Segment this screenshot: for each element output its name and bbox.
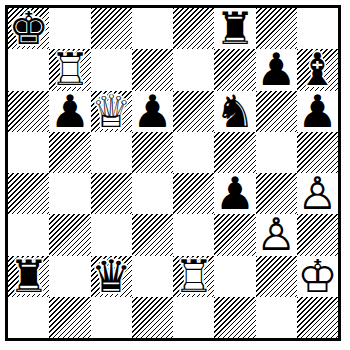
- black-rook: ♜: [214, 8, 255, 49]
- square-c3: [91, 214, 132, 255]
- square-a4: [8, 173, 49, 214]
- square-b3: [49, 214, 90, 255]
- square-e6: [173, 91, 214, 132]
- black-knight: ♞: [214, 91, 255, 132]
- square-g1: [256, 297, 297, 338]
- square-a1: [8, 297, 49, 338]
- square-f4: ♟♟: [214, 173, 255, 214]
- square-h5: [297, 132, 338, 173]
- square-d8: [132, 8, 173, 49]
- black-queen-halo: ♛: [91, 256, 132, 297]
- white-rook-halo: ♜: [49, 49, 90, 90]
- black-rook-halo: ♜: [8, 256, 49, 297]
- square-c1: [91, 297, 132, 338]
- square-h6: ♟♟: [297, 91, 338, 132]
- square-c4: [91, 173, 132, 214]
- square-e8: [173, 8, 214, 49]
- square-e7: [173, 49, 214, 90]
- square-b1: [49, 297, 90, 338]
- black-pawn: ♟: [256, 49, 297, 90]
- black-pawn-halo: ♟: [256, 49, 297, 90]
- square-b7: ♜♖: [49, 49, 90, 90]
- white-queen-halo: ♛: [91, 91, 132, 132]
- square-b5: [49, 132, 90, 173]
- square-c7: [91, 49, 132, 90]
- white-rook: ♖: [49, 49, 90, 90]
- square-e2: ♜♖: [173, 256, 214, 297]
- black-pawn: ♟: [132, 91, 173, 132]
- square-c8: [91, 8, 132, 49]
- square-a2: ♜♜: [8, 256, 49, 297]
- square-f8: ♜♜: [214, 8, 255, 49]
- square-g4: [256, 173, 297, 214]
- square-c2: ♛♛: [91, 256, 132, 297]
- square-f3: [214, 214, 255, 255]
- square-d7: [132, 49, 173, 90]
- white-rook-halo: ♜: [173, 256, 214, 297]
- black-queen: ♛: [91, 256, 132, 297]
- white-pawn-halo: ♟: [256, 214, 297, 255]
- white-rook: ♖: [173, 256, 214, 297]
- square-d5: [132, 132, 173, 173]
- square-e1: [173, 297, 214, 338]
- black-rook-halo: ♜: [214, 8, 255, 49]
- square-d4: [132, 173, 173, 214]
- square-e4: [173, 173, 214, 214]
- square-e5: [173, 132, 214, 173]
- square-f6: ♞♞: [214, 91, 255, 132]
- square-b4: [49, 173, 90, 214]
- square-f2: [214, 256, 255, 297]
- chess-diagram: ♚♚♜♜♜♖♟♟♝♝♟♟♛♕♟♟♞♞♟♟♟♟♟♙♟♙♜♜♛♛♜♖♚♔: [0, 0, 350, 350]
- square-c6: ♛♕: [91, 91, 132, 132]
- black-rook: ♜: [8, 256, 49, 297]
- black-bishop: ♝: [297, 49, 338, 90]
- square-d3: [132, 214, 173, 255]
- square-h1: [297, 297, 338, 338]
- square-g6: [256, 91, 297, 132]
- black-knight-halo: ♞: [214, 91, 255, 132]
- black-bishop-halo: ♝: [297, 49, 338, 90]
- white-pawn: ♙: [256, 214, 297, 255]
- square-e3: [173, 214, 214, 255]
- black-pawn-halo: ♟: [132, 91, 173, 132]
- square-h7: ♝♝: [297, 49, 338, 90]
- square-g2: [256, 256, 297, 297]
- square-f5: [214, 132, 255, 173]
- white-king: ♔: [297, 256, 338, 297]
- black-pawn-halo: ♟: [214, 173, 255, 214]
- white-king-halo: ♚: [297, 256, 338, 297]
- square-h4: ♟♙: [297, 173, 338, 214]
- square-a7: [8, 49, 49, 90]
- square-h3: [297, 214, 338, 255]
- chess-board: ♚♚♜♜♜♖♟♟♝♝♟♟♛♕♟♟♞♞♟♟♟♟♟♙♟♙♜♜♛♛♜♖♚♔: [5, 5, 341, 341]
- square-d2: [132, 256, 173, 297]
- white-pawn: ♙: [297, 173, 338, 214]
- square-a8: ♚♚: [8, 8, 49, 49]
- square-b6: ♟♟: [49, 91, 90, 132]
- square-f1: [214, 297, 255, 338]
- square-a3: [8, 214, 49, 255]
- square-g5: [256, 132, 297, 173]
- square-b2: [49, 256, 90, 297]
- black-king: ♚: [8, 8, 49, 49]
- black-pawn-halo: ♟: [49, 91, 90, 132]
- square-h8: [297, 8, 338, 49]
- square-h2: ♚♔: [297, 256, 338, 297]
- black-pawn: ♟: [49, 91, 90, 132]
- white-pawn-halo: ♟: [297, 173, 338, 214]
- square-b8: [49, 8, 90, 49]
- black-pawn: ♟: [214, 173, 255, 214]
- white-queen: ♕: [91, 91, 132, 132]
- square-a5: [8, 132, 49, 173]
- square-d6: ♟♟: [132, 91, 173, 132]
- square-d1: [132, 297, 173, 338]
- square-f7: [214, 49, 255, 90]
- square-a6: [8, 91, 49, 132]
- square-g8: [256, 8, 297, 49]
- black-king-halo: ♚: [8, 8, 49, 49]
- black-pawn-halo: ♟: [297, 91, 338, 132]
- black-pawn: ♟: [297, 91, 338, 132]
- square-c5: [91, 132, 132, 173]
- square-g3: ♟♙: [256, 214, 297, 255]
- square-g7: ♟♟: [256, 49, 297, 90]
